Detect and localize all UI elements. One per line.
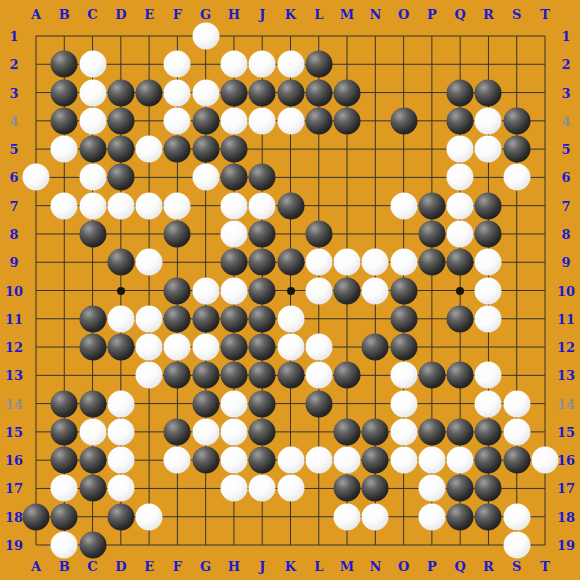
point-L2[interactable] bbox=[305, 50, 333, 78]
point-Q15[interactable] bbox=[446, 418, 474, 446]
point-D3[interactable] bbox=[107, 79, 135, 107]
point-M1[interactable] bbox=[333, 22, 361, 50]
point-D4[interactable] bbox=[107, 107, 135, 135]
point-M4[interactable] bbox=[333, 107, 361, 135]
point-N18[interactable] bbox=[361, 503, 389, 531]
point-J13[interactable] bbox=[248, 361, 276, 389]
point-Q11[interactable] bbox=[446, 305, 474, 333]
point-R15[interactable] bbox=[474, 418, 502, 446]
point-S7[interactable] bbox=[503, 192, 531, 220]
point-S14[interactable] bbox=[503, 390, 531, 418]
point-S4[interactable] bbox=[503, 107, 531, 135]
point-R19[interactable] bbox=[474, 531, 502, 559]
point-B3[interactable] bbox=[50, 79, 78, 107]
point-Q9[interactable] bbox=[446, 248, 474, 276]
point-K8[interactable] bbox=[277, 220, 305, 248]
point-G13[interactable] bbox=[192, 361, 220, 389]
point-P5[interactable] bbox=[418, 135, 446, 163]
point-D16[interactable] bbox=[107, 446, 135, 474]
point-G18[interactable] bbox=[192, 503, 220, 531]
point-N2[interactable] bbox=[361, 50, 389, 78]
point-D18[interactable] bbox=[107, 503, 135, 531]
point-P6[interactable] bbox=[418, 163, 446, 191]
point-D1[interactable] bbox=[107, 22, 135, 50]
point-C5[interactable] bbox=[79, 135, 107, 163]
point-K13[interactable] bbox=[277, 361, 305, 389]
point-C17[interactable] bbox=[79, 474, 107, 502]
point-B7[interactable] bbox=[50, 192, 78, 220]
point-A13[interactable] bbox=[22, 361, 50, 389]
point-C16[interactable] bbox=[79, 446, 107, 474]
point-F19[interactable] bbox=[163, 531, 191, 559]
point-E12[interactable] bbox=[135, 333, 163, 361]
point-T18[interactable] bbox=[531, 503, 559, 531]
point-P19[interactable] bbox=[418, 531, 446, 559]
point-G8[interactable] bbox=[192, 220, 220, 248]
point-T2[interactable] bbox=[531, 50, 559, 78]
point-M5[interactable] bbox=[333, 135, 361, 163]
point-E15[interactable] bbox=[135, 418, 163, 446]
point-A7[interactable] bbox=[22, 192, 50, 220]
point-R2[interactable] bbox=[474, 50, 502, 78]
point-R5[interactable] bbox=[474, 135, 502, 163]
point-P3[interactable] bbox=[418, 79, 446, 107]
point-K5[interactable] bbox=[277, 135, 305, 163]
point-T14[interactable] bbox=[531, 390, 559, 418]
point-E10[interactable] bbox=[135, 277, 163, 305]
point-Q13[interactable] bbox=[446, 361, 474, 389]
point-F12[interactable] bbox=[163, 333, 191, 361]
point-L15[interactable] bbox=[305, 418, 333, 446]
point-K1[interactable] bbox=[277, 22, 305, 50]
point-H7[interactable] bbox=[220, 192, 248, 220]
point-T5[interactable] bbox=[531, 135, 559, 163]
point-S2[interactable] bbox=[503, 50, 531, 78]
point-S6[interactable] bbox=[503, 163, 531, 191]
point-N17[interactable] bbox=[361, 474, 389, 502]
point-G11[interactable] bbox=[192, 305, 220, 333]
point-P18[interactable] bbox=[418, 503, 446, 531]
point-T19[interactable] bbox=[531, 531, 559, 559]
point-F7[interactable] bbox=[163, 192, 191, 220]
point-F2[interactable] bbox=[163, 50, 191, 78]
point-B6[interactable] bbox=[50, 163, 78, 191]
point-L18[interactable] bbox=[305, 503, 333, 531]
point-H5[interactable] bbox=[220, 135, 248, 163]
point-R4[interactable] bbox=[474, 107, 502, 135]
point-H2[interactable] bbox=[220, 50, 248, 78]
point-J8[interactable] bbox=[248, 220, 276, 248]
point-C19[interactable] bbox=[79, 531, 107, 559]
point-N9[interactable] bbox=[361, 248, 389, 276]
point-O2[interactable] bbox=[390, 50, 418, 78]
point-B14[interactable] bbox=[50, 390, 78, 418]
point-M10[interactable] bbox=[333, 277, 361, 305]
point-Q14[interactable] bbox=[446, 390, 474, 418]
point-D7[interactable] bbox=[107, 192, 135, 220]
point-P2[interactable] bbox=[418, 50, 446, 78]
point-B2[interactable] bbox=[50, 50, 78, 78]
point-F6[interactable] bbox=[163, 163, 191, 191]
point-K7[interactable] bbox=[277, 192, 305, 220]
point-H17[interactable] bbox=[220, 474, 248, 502]
point-D15[interactable] bbox=[107, 418, 135, 446]
point-F9[interactable] bbox=[163, 248, 191, 276]
point-C3[interactable] bbox=[79, 79, 107, 107]
point-Q3[interactable] bbox=[446, 79, 474, 107]
point-S8[interactable] bbox=[503, 220, 531, 248]
point-H3[interactable] bbox=[220, 79, 248, 107]
point-C1[interactable] bbox=[79, 22, 107, 50]
point-E1[interactable] bbox=[135, 22, 163, 50]
point-T11[interactable] bbox=[531, 305, 559, 333]
point-H13[interactable] bbox=[220, 361, 248, 389]
point-H14[interactable] bbox=[220, 390, 248, 418]
point-A3[interactable] bbox=[22, 79, 50, 107]
point-D5[interactable] bbox=[107, 135, 135, 163]
point-Q1[interactable] bbox=[446, 22, 474, 50]
point-J9[interactable] bbox=[248, 248, 276, 276]
point-G14[interactable] bbox=[192, 390, 220, 418]
point-J10[interactable] bbox=[248, 277, 276, 305]
point-G5[interactable] bbox=[192, 135, 220, 163]
point-E3[interactable] bbox=[135, 79, 163, 107]
point-N7[interactable] bbox=[361, 192, 389, 220]
point-H19[interactable] bbox=[220, 531, 248, 559]
point-J11[interactable] bbox=[248, 305, 276, 333]
point-A16[interactable] bbox=[22, 446, 50, 474]
point-D8[interactable] bbox=[107, 220, 135, 248]
point-L19[interactable] bbox=[305, 531, 333, 559]
point-K10[interactable] bbox=[277, 277, 305, 305]
point-Q18[interactable] bbox=[446, 503, 474, 531]
point-G6[interactable] bbox=[192, 163, 220, 191]
point-P10[interactable] bbox=[418, 277, 446, 305]
point-F14[interactable] bbox=[163, 390, 191, 418]
point-S15[interactable] bbox=[503, 418, 531, 446]
point-M12[interactable] bbox=[333, 333, 361, 361]
point-F18[interactable] bbox=[163, 503, 191, 531]
point-T4[interactable] bbox=[531, 107, 559, 135]
point-F5[interactable] bbox=[163, 135, 191, 163]
point-F1[interactable] bbox=[163, 22, 191, 50]
point-S16[interactable] bbox=[503, 446, 531, 474]
point-B13[interactable] bbox=[50, 361, 78, 389]
point-T16[interactable] bbox=[531, 446, 559, 474]
point-L9[interactable] bbox=[305, 248, 333, 276]
point-G17[interactable] bbox=[192, 474, 220, 502]
point-E17[interactable] bbox=[135, 474, 163, 502]
point-S11[interactable] bbox=[503, 305, 531, 333]
point-J14[interactable] bbox=[248, 390, 276, 418]
point-T8[interactable] bbox=[531, 220, 559, 248]
point-O9[interactable] bbox=[390, 248, 418, 276]
point-A12[interactable] bbox=[22, 333, 50, 361]
point-D9[interactable] bbox=[107, 248, 135, 276]
point-T13[interactable] bbox=[531, 361, 559, 389]
point-K12[interactable] bbox=[277, 333, 305, 361]
point-F16[interactable] bbox=[163, 446, 191, 474]
point-M14[interactable] bbox=[333, 390, 361, 418]
point-N15[interactable] bbox=[361, 418, 389, 446]
point-B16[interactable] bbox=[50, 446, 78, 474]
point-A2[interactable] bbox=[22, 50, 50, 78]
point-K6[interactable] bbox=[277, 163, 305, 191]
point-H12[interactable] bbox=[220, 333, 248, 361]
point-O15[interactable] bbox=[390, 418, 418, 446]
point-H18[interactable] bbox=[220, 503, 248, 531]
point-Q2[interactable] bbox=[446, 50, 474, 78]
point-A9[interactable] bbox=[22, 248, 50, 276]
point-S10[interactable] bbox=[503, 277, 531, 305]
point-K9[interactable] bbox=[277, 248, 305, 276]
point-R12[interactable] bbox=[474, 333, 502, 361]
point-C10[interactable] bbox=[79, 277, 107, 305]
point-K19[interactable] bbox=[277, 531, 305, 559]
point-H8[interactable] bbox=[220, 220, 248, 248]
point-L17[interactable] bbox=[305, 474, 333, 502]
point-O4[interactable] bbox=[390, 107, 418, 135]
point-R3[interactable] bbox=[474, 79, 502, 107]
point-T12[interactable] bbox=[531, 333, 559, 361]
point-N8[interactable] bbox=[361, 220, 389, 248]
point-L10[interactable] bbox=[305, 277, 333, 305]
point-O14[interactable] bbox=[390, 390, 418, 418]
point-M9[interactable] bbox=[333, 248, 361, 276]
point-A1[interactable] bbox=[22, 22, 50, 50]
point-B18[interactable] bbox=[50, 503, 78, 531]
point-G9[interactable] bbox=[192, 248, 220, 276]
point-C4[interactable] bbox=[79, 107, 107, 135]
point-P7[interactable] bbox=[418, 192, 446, 220]
point-T9[interactable] bbox=[531, 248, 559, 276]
point-S17[interactable] bbox=[503, 474, 531, 502]
point-T17[interactable] bbox=[531, 474, 559, 502]
point-L12[interactable] bbox=[305, 333, 333, 361]
point-K14[interactable] bbox=[277, 390, 305, 418]
point-L7[interactable] bbox=[305, 192, 333, 220]
point-O1[interactable] bbox=[390, 22, 418, 50]
point-C12[interactable] bbox=[79, 333, 107, 361]
point-H15[interactable] bbox=[220, 418, 248, 446]
point-R17[interactable] bbox=[474, 474, 502, 502]
point-P11[interactable] bbox=[418, 305, 446, 333]
point-K3[interactable] bbox=[277, 79, 305, 107]
point-R14[interactable] bbox=[474, 390, 502, 418]
point-P8[interactable] bbox=[418, 220, 446, 248]
point-B1[interactable] bbox=[50, 22, 78, 50]
point-J4[interactable] bbox=[248, 107, 276, 135]
point-P17[interactable] bbox=[418, 474, 446, 502]
point-N13[interactable] bbox=[361, 361, 389, 389]
point-D14[interactable] bbox=[107, 390, 135, 418]
point-B9[interactable] bbox=[50, 248, 78, 276]
point-Q7[interactable] bbox=[446, 192, 474, 220]
point-T15[interactable] bbox=[531, 418, 559, 446]
point-A14[interactable] bbox=[22, 390, 50, 418]
point-B19[interactable] bbox=[50, 531, 78, 559]
point-N14[interactable] bbox=[361, 390, 389, 418]
point-Q17[interactable] bbox=[446, 474, 474, 502]
point-R13[interactable] bbox=[474, 361, 502, 389]
point-P14[interactable] bbox=[418, 390, 446, 418]
point-K15[interactable] bbox=[277, 418, 305, 446]
point-O12[interactable] bbox=[390, 333, 418, 361]
point-P12[interactable] bbox=[418, 333, 446, 361]
point-D13[interactable] bbox=[107, 361, 135, 389]
point-J1[interactable] bbox=[248, 22, 276, 50]
point-H1[interactable] bbox=[220, 22, 248, 50]
point-M19[interactable] bbox=[333, 531, 361, 559]
point-K18[interactable] bbox=[277, 503, 305, 531]
point-O19[interactable] bbox=[390, 531, 418, 559]
point-S9[interactable] bbox=[503, 248, 531, 276]
point-J15[interactable] bbox=[248, 418, 276, 446]
point-C9[interactable] bbox=[79, 248, 107, 276]
point-O11[interactable] bbox=[390, 305, 418, 333]
point-M8[interactable] bbox=[333, 220, 361, 248]
point-E13[interactable] bbox=[135, 361, 163, 389]
point-J12[interactable] bbox=[248, 333, 276, 361]
point-F13[interactable] bbox=[163, 361, 191, 389]
point-O18[interactable] bbox=[390, 503, 418, 531]
point-N16[interactable] bbox=[361, 446, 389, 474]
point-E16[interactable] bbox=[135, 446, 163, 474]
point-B11[interactable] bbox=[50, 305, 78, 333]
point-P1[interactable] bbox=[418, 22, 446, 50]
point-R8[interactable] bbox=[474, 220, 502, 248]
point-F17[interactable] bbox=[163, 474, 191, 502]
point-B17[interactable] bbox=[50, 474, 78, 502]
point-O3[interactable] bbox=[390, 79, 418, 107]
point-N19[interactable] bbox=[361, 531, 389, 559]
point-K17[interactable] bbox=[277, 474, 305, 502]
point-E6[interactable] bbox=[135, 163, 163, 191]
point-H4[interactable] bbox=[220, 107, 248, 135]
point-J17[interactable] bbox=[248, 474, 276, 502]
point-J16[interactable] bbox=[248, 446, 276, 474]
point-B12[interactable] bbox=[50, 333, 78, 361]
point-K16[interactable] bbox=[277, 446, 305, 474]
point-R16[interactable] bbox=[474, 446, 502, 474]
point-N4[interactable] bbox=[361, 107, 389, 135]
point-S3[interactable] bbox=[503, 79, 531, 107]
point-M7[interactable] bbox=[333, 192, 361, 220]
point-L13[interactable] bbox=[305, 361, 333, 389]
point-L5[interactable] bbox=[305, 135, 333, 163]
point-E4[interactable] bbox=[135, 107, 163, 135]
point-G19[interactable] bbox=[192, 531, 220, 559]
point-J6[interactable] bbox=[248, 163, 276, 191]
point-J7[interactable] bbox=[248, 192, 276, 220]
point-G3[interactable] bbox=[192, 79, 220, 107]
point-B15[interactable] bbox=[50, 418, 78, 446]
point-L16[interactable] bbox=[305, 446, 333, 474]
point-C7[interactable] bbox=[79, 192, 107, 220]
point-H9[interactable] bbox=[220, 248, 248, 276]
point-B8[interactable] bbox=[50, 220, 78, 248]
point-M13[interactable] bbox=[333, 361, 361, 389]
point-G16[interactable] bbox=[192, 446, 220, 474]
point-D2[interactable] bbox=[107, 50, 135, 78]
point-S12[interactable] bbox=[503, 333, 531, 361]
point-J18[interactable] bbox=[248, 503, 276, 531]
point-P13[interactable] bbox=[418, 361, 446, 389]
point-K11[interactable] bbox=[277, 305, 305, 333]
point-G10[interactable] bbox=[192, 277, 220, 305]
point-E11[interactable] bbox=[135, 305, 163, 333]
point-D6[interactable] bbox=[107, 163, 135, 191]
point-D17[interactable] bbox=[107, 474, 135, 502]
point-N3[interactable] bbox=[361, 79, 389, 107]
point-F10[interactable] bbox=[163, 277, 191, 305]
point-A4[interactable] bbox=[22, 107, 50, 135]
point-G15[interactable] bbox=[192, 418, 220, 446]
point-D11[interactable] bbox=[107, 305, 135, 333]
point-C14[interactable] bbox=[79, 390, 107, 418]
point-P9[interactable] bbox=[418, 248, 446, 276]
point-R1[interactable] bbox=[474, 22, 502, 50]
point-E8[interactable] bbox=[135, 220, 163, 248]
point-L1[interactable] bbox=[305, 22, 333, 50]
point-D10[interactable] bbox=[107, 277, 135, 305]
point-M6[interactable] bbox=[333, 163, 361, 191]
point-O6[interactable] bbox=[390, 163, 418, 191]
point-H10[interactable] bbox=[220, 277, 248, 305]
point-P15[interactable] bbox=[418, 418, 446, 446]
point-N1[interactable] bbox=[361, 22, 389, 50]
point-A18[interactable] bbox=[22, 503, 50, 531]
point-L6[interactable] bbox=[305, 163, 333, 191]
point-L4[interactable] bbox=[305, 107, 333, 135]
point-N12[interactable] bbox=[361, 333, 389, 361]
point-F3[interactable] bbox=[163, 79, 191, 107]
point-O17[interactable] bbox=[390, 474, 418, 502]
point-S13[interactable] bbox=[503, 361, 531, 389]
point-A8[interactable] bbox=[22, 220, 50, 248]
point-G1[interactable] bbox=[192, 22, 220, 50]
point-P4[interactable] bbox=[418, 107, 446, 135]
point-S1[interactable] bbox=[503, 22, 531, 50]
point-J2[interactable] bbox=[248, 50, 276, 78]
point-Q16[interactable] bbox=[446, 446, 474, 474]
point-N6[interactable] bbox=[361, 163, 389, 191]
point-C13[interactable] bbox=[79, 361, 107, 389]
point-O10[interactable] bbox=[390, 277, 418, 305]
point-B4[interactable] bbox=[50, 107, 78, 135]
point-A5[interactable] bbox=[22, 135, 50, 163]
point-K4[interactable] bbox=[277, 107, 305, 135]
point-R7[interactable] bbox=[474, 192, 502, 220]
point-M16[interactable] bbox=[333, 446, 361, 474]
point-M18[interactable] bbox=[333, 503, 361, 531]
point-L14[interactable] bbox=[305, 390, 333, 418]
point-J3[interactable] bbox=[248, 79, 276, 107]
point-O13[interactable] bbox=[390, 361, 418, 389]
point-D12[interactable] bbox=[107, 333, 135, 361]
point-H11[interactable] bbox=[220, 305, 248, 333]
point-G12[interactable] bbox=[192, 333, 220, 361]
point-M17[interactable] bbox=[333, 474, 361, 502]
point-J19[interactable] bbox=[248, 531, 276, 559]
point-E7[interactable] bbox=[135, 192, 163, 220]
point-Q19[interactable] bbox=[446, 531, 474, 559]
point-E14[interactable] bbox=[135, 390, 163, 418]
point-N5[interactable] bbox=[361, 135, 389, 163]
point-G2[interactable] bbox=[192, 50, 220, 78]
point-S18[interactable] bbox=[503, 503, 531, 531]
point-T10[interactable] bbox=[531, 277, 559, 305]
